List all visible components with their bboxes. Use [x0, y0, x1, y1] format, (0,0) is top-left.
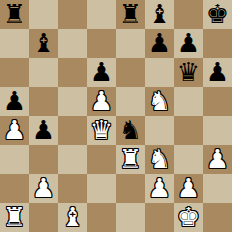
square-a8[interactable]: ♜ [0, 0, 29, 29]
white-pawn-piece[interactable]: ♟ [87, 87, 116, 116]
square-e7[interactable] [116, 29, 145, 58]
white-knight-piece[interactable]: ♞ [145, 87, 174, 116]
square-c6[interactable] [58, 58, 87, 87]
square-h8[interactable]: ♚ [203, 0, 232, 29]
black-pawn-piece[interactable]: ♟ [87, 58, 116, 87]
square-h4[interactable] [203, 116, 232, 145]
white-rook-piece[interactable]: ♜ [116, 145, 145, 174]
square-g3[interactable] [174, 145, 203, 174]
white-queen-piece[interactable]: ♛ [87, 116, 116, 145]
square-c8[interactable] [58, 0, 87, 29]
square-g7[interactable]: ♟ [174, 29, 203, 58]
black-pawn-piece[interactable]: ♟ [0, 87, 29, 116]
square-b2[interactable]: ♟ [29, 174, 58, 203]
square-a3[interactable] [0, 145, 29, 174]
square-h1[interactable] [203, 203, 232, 232]
black-pawn-piece[interactable]: ♟ [203, 58, 232, 87]
black-bishop-piece[interactable]: ♝ [29, 29, 58, 58]
square-e4[interactable]: ♞ [116, 116, 145, 145]
square-b1[interactable] [29, 203, 58, 232]
square-a4[interactable]: ♟ [0, 116, 29, 145]
square-g4[interactable] [174, 116, 203, 145]
square-c5[interactable] [58, 87, 87, 116]
white-pawn-piece[interactable]: ♟ [0, 116, 29, 145]
square-c3[interactable] [58, 145, 87, 174]
white-pawn-piece[interactable]: ♟ [174, 174, 203, 203]
square-f1[interactable] [145, 203, 174, 232]
black-rook-piece[interactable]: ♜ [116, 0, 145, 29]
square-a5[interactable]: ♟ [0, 87, 29, 116]
square-g5[interactable] [174, 87, 203, 116]
chess-board: ♜♜♝♚♝♟♟♟♛♟♟♟♞♟♟♛♞♜♞♟♟♟♟♜♝♚ [0, 0, 232, 232]
square-h7[interactable] [203, 29, 232, 58]
square-b4[interactable]: ♟ [29, 116, 58, 145]
square-e5[interactable] [116, 87, 145, 116]
square-h5[interactable] [203, 87, 232, 116]
black-queen-piece[interactable]: ♛ [174, 58, 203, 87]
square-h6[interactable]: ♟ [203, 58, 232, 87]
square-d2[interactable] [87, 174, 116, 203]
white-king-piece[interactable]: ♚ [174, 203, 203, 232]
square-b7[interactable]: ♝ [29, 29, 58, 58]
square-a1[interactable]: ♜ [0, 203, 29, 232]
square-f7[interactable]: ♟ [145, 29, 174, 58]
white-bishop-piece[interactable]: ♝ [58, 203, 87, 232]
square-g1[interactable]: ♚ [174, 203, 203, 232]
square-f2[interactable]: ♟ [145, 174, 174, 203]
white-knight-piece[interactable]: ♞ [145, 145, 174, 174]
square-d3[interactable] [87, 145, 116, 174]
square-e1[interactable] [116, 203, 145, 232]
square-e2[interactable] [116, 174, 145, 203]
black-pawn-piece[interactable]: ♟ [174, 29, 203, 58]
square-e8[interactable]: ♜ [116, 0, 145, 29]
square-d1[interactable] [87, 203, 116, 232]
black-pawn-piece[interactable]: ♟ [145, 29, 174, 58]
square-h3[interactable]: ♟ [203, 145, 232, 174]
square-f5[interactable]: ♞ [145, 87, 174, 116]
square-g8[interactable] [174, 0, 203, 29]
square-f4[interactable] [145, 116, 174, 145]
square-a7[interactable] [0, 29, 29, 58]
square-b8[interactable] [29, 0, 58, 29]
white-rook-piece[interactable]: ♜ [0, 203, 29, 232]
white-pawn-piece[interactable]: ♟ [29, 174, 58, 203]
square-g2[interactable]: ♟ [174, 174, 203, 203]
square-f8[interactable]: ♝ [145, 0, 174, 29]
white-pawn-piece[interactable]: ♟ [145, 174, 174, 203]
square-a6[interactable] [0, 58, 29, 87]
square-e3[interactable]: ♜ [116, 145, 145, 174]
square-c2[interactable] [58, 174, 87, 203]
white-pawn-piece[interactable]: ♟ [203, 145, 232, 174]
square-c4[interactable] [58, 116, 87, 145]
square-b6[interactable] [29, 58, 58, 87]
square-d8[interactable] [87, 0, 116, 29]
square-d4[interactable]: ♛ [87, 116, 116, 145]
square-f3[interactable]: ♞ [145, 145, 174, 174]
square-d5[interactable]: ♟ [87, 87, 116, 116]
square-e6[interactable] [116, 58, 145, 87]
square-c7[interactable] [58, 29, 87, 58]
square-b3[interactable] [29, 145, 58, 174]
square-f6[interactable] [145, 58, 174, 87]
square-d6[interactable]: ♟ [87, 58, 116, 87]
square-h2[interactable] [203, 174, 232, 203]
black-bishop-piece[interactable]: ♝ [145, 0, 174, 29]
square-b5[interactable] [29, 87, 58, 116]
black-knight-piece[interactable]: ♞ [116, 116, 145, 145]
square-d7[interactable] [87, 29, 116, 58]
black-rook-piece[interactable]: ♜ [0, 0, 29, 29]
square-a2[interactable] [0, 174, 29, 203]
black-king-piece[interactable]: ♚ [203, 0, 232, 29]
black-pawn-piece[interactable]: ♟ [29, 116, 58, 145]
square-c1[interactable]: ♝ [58, 203, 87, 232]
square-g6[interactable]: ♛ [174, 58, 203, 87]
